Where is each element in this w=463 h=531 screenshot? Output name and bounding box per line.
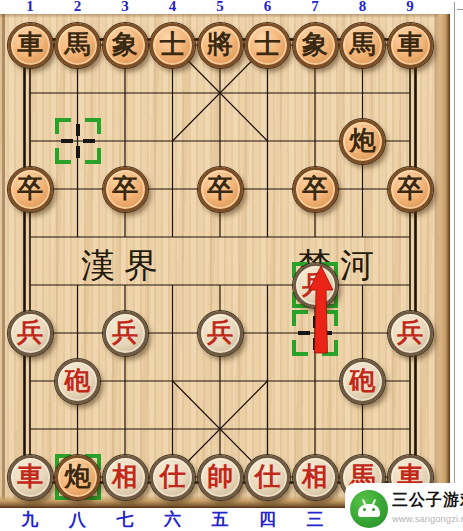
- piece-卒-black[interactable]: 卒: [293, 167, 338, 212]
- piece-炮-black[interactable]: 炮: [340, 119, 385, 164]
- move-origin-crosshair-icon: [61, 124, 95, 158]
- file-label-top-1: 1: [26, 0, 34, 15]
- move-origin-crosshair-icon: [298, 316, 332, 350]
- piece-仕-red[interactable]: 仕: [245, 455, 290, 500]
- piece-兵-red[interactable]: 兵: [388, 311, 433, 356]
- file-label-top-4: 4: [169, 0, 177, 15]
- piece-卒-black[interactable]: 卒: [103, 167, 148, 212]
- piece-卒-black[interactable]: 卒: [8, 167, 53, 212]
- file-label-top-6: 6: [264, 0, 272, 15]
- piece-卒-black[interactable]: 卒: [388, 167, 433, 212]
- piece-砲-red[interactable]: 砲: [55, 359, 100, 404]
- piece-車-black[interactable]: 車: [8, 23, 53, 68]
- file-label-bottom-七: 七: [117, 508, 134, 531]
- sangongzi-mascot-icon: [350, 490, 388, 528]
- piece-象-black[interactable]: 象: [103, 23, 148, 68]
- piece-士-black[interactable]: 士: [150, 23, 195, 68]
- file-label-bottom-三: 三: [307, 508, 324, 531]
- piece-士-black[interactable]: 士: [245, 23, 290, 68]
- panel-border-corner: [457, 9, 463, 10]
- file-label-bottom-八: 八: [69, 508, 86, 531]
- piece-車-black[interactable]: 車: [388, 23, 433, 68]
- file-label-bottom-九: 九: [22, 508, 39, 531]
- piece-相-red[interactable]: 相: [103, 455, 148, 500]
- piece-馬-black[interactable]: 馬: [340, 23, 385, 68]
- panel-border-line: [454, 2, 455, 531]
- piece-象-black[interactable]: 象: [293, 23, 338, 68]
- piece-相-red[interactable]: 相: [293, 455, 338, 500]
- file-label-bottom-四: 四: [259, 508, 276, 531]
- watermark-site-url: www.sangongzi.net: [392, 513, 463, 524]
- piece-兵-red[interactable]: 兵: [198, 311, 243, 356]
- piece-帥-red[interactable]: 帥: [198, 455, 243, 500]
- piece-馬-black[interactable]: 馬: [55, 23, 100, 68]
- file-label-top-9: 9: [406, 0, 414, 15]
- file-label-top-2: 2: [74, 0, 82, 15]
- river-label-hanjie: 漢界: [81, 243, 167, 289]
- piece-兵-red[interactable]: 兵: [103, 311, 148, 356]
- watermark-site-name: 三公子游戏网: [392, 490, 463, 511]
- file-label-top-8: 8: [359, 0, 367, 15]
- file-label-top-5: 5: [216, 0, 224, 15]
- piece-仕-red[interactable]: 仕: [150, 455, 195, 500]
- piece-兵-red[interactable]: 兵: [8, 311, 53, 356]
- xiangqi-app-window: 123456789 漢界 楚河 車馬象士將士象馬車炮卒卒卒卒卒兵兵兵兵兵砲砲車炮…: [0, 0, 463, 531]
- file-label-bottom-五: 五: [212, 508, 229, 531]
- piece-將-black[interactable]: 將: [198, 23, 243, 68]
- board-frame-top: [0, 14, 450, 18]
- piece-兵-red[interactable]: 兵: [293, 263, 338, 308]
- file-label-bottom-六: 六: [164, 508, 181, 531]
- piece-炮-black[interactable]: 炮: [55, 455, 100, 500]
- board-frame-left: [2, 14, 5, 508]
- piece-砲-red[interactable]: 砲: [340, 359, 385, 404]
- piece-車-red[interactable]: 車: [8, 455, 53, 500]
- board-frame-right: [435, 14, 450, 508]
- file-label-top-7: 7: [311, 0, 319, 15]
- file-label-top-3: 3: [121, 0, 129, 15]
- top-coordinates: 123456789: [0, 0, 463, 14]
- watermark-badge: 三公子游戏网 www.sangongzi.net: [345, 483, 463, 531]
- right-panel-edge: [450, 0, 463, 531]
- piece-卒-black[interactable]: 卒: [198, 167, 243, 212]
